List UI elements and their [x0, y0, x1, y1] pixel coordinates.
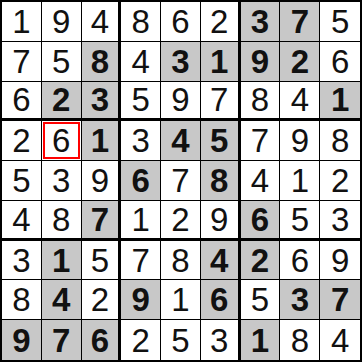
cell-r9c4[interactable]: 2: [121, 320, 161, 360]
cell-r4c8[interactable]: 9: [280, 121, 320, 161]
cell-r9c7[interactable]: 1: [241, 320, 281, 360]
cell-r6c7[interactable]: 6: [241, 201, 281, 241]
cell-r1c8[interactable]: 7: [280, 2, 320, 42]
cell-r9c9[interactable]: 4: [320, 320, 360, 360]
cell-r4c7[interactable]: 7: [241, 121, 281, 161]
cell-r9c8[interactable]: 8: [280, 320, 320, 360]
cell-r5c6[interactable]: 8: [201, 161, 241, 201]
cell-r1c4[interactable]: 8: [121, 2, 161, 42]
cell-r8c8[interactable]: 3: [280, 280, 320, 320]
cell-r9c6[interactable]: 3: [201, 320, 241, 360]
cell-r5c1[interactable]: 5: [2, 161, 42, 201]
cell-r2c2[interactable]: 5: [42, 42, 82, 82]
cell-r9c5[interactable]: 5: [161, 320, 201, 360]
cell-r7c6[interactable]: 4: [201, 241, 241, 281]
cell-r8c4[interactable]: 9: [121, 280, 161, 320]
cell-r3c2[interactable]: 2: [42, 82, 82, 122]
cell-r1c5[interactable]: 6: [161, 2, 201, 42]
cell-r3c4[interactable]: 5: [121, 82, 161, 122]
cell-r1c6[interactable]: 2: [201, 2, 241, 42]
cell-r2c3[interactable]: 8: [82, 42, 122, 82]
cell-r7c8[interactable]: 6: [280, 241, 320, 281]
cell-r7c3[interactable]: 5: [82, 241, 122, 281]
cell-r8c2[interactable]: 4: [42, 280, 82, 320]
cell-r8c1[interactable]: 8: [2, 280, 42, 320]
cell-r4c6[interactable]: 5: [201, 121, 241, 161]
cell-r1c3[interactable]: 4: [82, 2, 122, 42]
cell-r7c7[interactable]: 2: [241, 241, 281, 281]
cell-r3c5[interactable]: 9: [161, 82, 201, 122]
cell-r6c9[interactable]: 3: [320, 201, 360, 241]
cell-r2c4[interactable]: 4: [121, 42, 161, 82]
cell-r6c1[interactable]: 4: [2, 201, 42, 241]
cell-r6c5[interactable]: 2: [161, 201, 201, 241]
cell-r2c8[interactable]: 2: [280, 42, 320, 82]
cell-r7c5[interactable]: 8: [161, 241, 201, 281]
cell-r8c7[interactable]: 5: [241, 280, 281, 320]
cell-r7c9[interactable]: 9: [320, 241, 360, 281]
cell-r7c4[interactable]: 7: [121, 241, 161, 281]
cell-r9c1[interactable]: 9: [2, 320, 42, 360]
cell-r3c6[interactable]: 7: [201, 82, 241, 122]
cell-r6c4[interactable]: 1: [121, 201, 161, 241]
cell-r5c9[interactable]: 2: [320, 161, 360, 201]
cell-r4c4[interactable]: 3: [121, 121, 161, 161]
cell-r2c5[interactable]: 3: [161, 42, 201, 82]
cell-r3c8[interactable]: 4: [280, 82, 320, 122]
cell-r1c1[interactable]: 1: [2, 2, 42, 42]
cell-r9c3[interactable]: 6: [82, 320, 122, 360]
cell-r7c2[interactable]: 1: [42, 241, 82, 281]
cell-r4c5[interactable]: 4: [161, 121, 201, 161]
cell-r8c3[interactable]: 2: [82, 280, 122, 320]
cell-r6c6[interactable]: 9: [201, 201, 241, 241]
cell-r1c7[interactable]: 3: [241, 2, 281, 42]
cell-r4c2[interactable]: 6: [42, 121, 82, 161]
cell-r1c9[interactable]: 5: [320, 2, 360, 42]
cell-r6c3[interactable]: 7: [82, 201, 122, 241]
cell-r2c6[interactable]: 1: [201, 42, 241, 82]
cell-r1c2[interactable]: 9: [42, 2, 82, 42]
cell-r2c9[interactable]: 6: [320, 42, 360, 82]
sudoku-board: 1948623757584319266235978412613457985396…: [0, 0, 362, 362]
cell-r5c5[interactable]: 7: [161, 161, 201, 201]
cell-r5c7[interactable]: 4: [241, 161, 281, 201]
cell-r5c8[interactable]: 1: [280, 161, 320, 201]
cell-r3c3[interactable]: 3: [82, 82, 122, 122]
cell-r8c5[interactable]: 1: [161, 280, 201, 320]
cell-r3c7[interactable]: 8: [241, 82, 281, 122]
cell-r6c2[interactable]: 8: [42, 201, 82, 241]
cell-r7c1[interactable]: 3: [2, 241, 42, 281]
cell-r8c9[interactable]: 7: [320, 280, 360, 320]
cell-r3c9[interactable]: 1: [320, 82, 360, 122]
cell-r4c3[interactable]: 1: [82, 121, 122, 161]
cell-r2c7[interactable]: 9: [241, 42, 281, 82]
cell-r5c3[interactable]: 9: [82, 161, 122, 201]
cell-r4c1[interactable]: 2: [2, 121, 42, 161]
cell-r3c1[interactable]: 6: [2, 82, 42, 122]
cell-r5c4[interactable]: 6: [121, 161, 161, 201]
cell-r6c8[interactable]: 5: [280, 201, 320, 241]
cell-r8c6[interactable]: 6: [201, 280, 241, 320]
cell-r4c9[interactable]: 8: [320, 121, 360, 161]
cell-r5c2[interactable]: 3: [42, 161, 82, 201]
cell-r9c2[interactable]: 7: [42, 320, 82, 360]
cell-r2c1[interactable]: 7: [2, 42, 42, 82]
